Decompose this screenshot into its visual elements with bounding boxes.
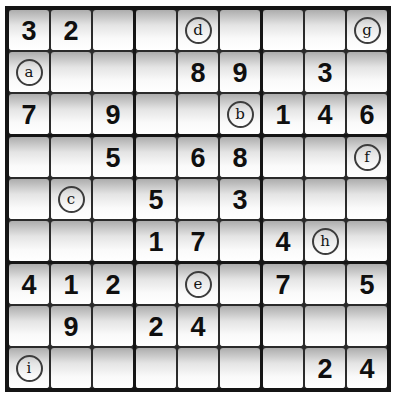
- cell-r9c4[interactable]: [136, 348, 176, 388]
- box-2: d89b: [136, 10, 260, 134]
- cell-r1c4[interactable]: [136, 10, 176, 50]
- cell-r4c7[interactable]: [263, 137, 303, 177]
- cell-r1c7[interactable]: [263, 10, 303, 50]
- cell-r7c9[interactable]: 5: [347, 264, 387, 304]
- cell-r8c6[interactable]: [220, 306, 260, 346]
- given-digit: 7: [21, 102, 36, 129]
- box-3: g3146: [263, 10, 387, 134]
- given-digit: 6: [190, 145, 205, 172]
- given-digit: 5: [359, 272, 374, 299]
- cell-r6c7[interactable]: 4: [263, 221, 303, 261]
- circled-letter-b: b: [227, 101, 254, 128]
- circled-letter-c: c: [58, 186, 85, 213]
- cell-r1c2[interactable]: 2: [51, 10, 91, 50]
- cell-r4c8[interactable]: [305, 137, 345, 177]
- given-digit: 2: [63, 18, 78, 45]
- cell-r3c7[interactable]: 1: [263, 94, 303, 134]
- given-digit: 8: [232, 145, 247, 172]
- circled-letter-h: h: [312, 228, 339, 255]
- cell-r9c6[interactable]: [220, 348, 260, 388]
- cell-r9c5[interactable]: [178, 348, 218, 388]
- cell-r7c1[interactable]: 4: [9, 264, 49, 304]
- cell-r8c3[interactable]: [93, 306, 133, 346]
- cell-r6c8[interactable]: h: [305, 221, 345, 261]
- cell-r4c2[interactable]: [51, 137, 91, 177]
- cell-r2c5[interactable]: 8: [178, 52, 218, 92]
- cell-r3c1[interactable]: 7: [9, 94, 49, 134]
- circled-letter-f: f: [354, 144, 381, 171]
- cell-r2c4[interactable]: [136, 52, 176, 92]
- cell-r5c7[interactable]: [263, 179, 303, 219]
- cell-r9c7[interactable]: [263, 348, 303, 388]
- cell-r8c2[interactable]: 9: [51, 306, 91, 346]
- cell-r7c6[interactable]: [220, 264, 260, 304]
- cell-r2c7[interactable]: [263, 52, 303, 92]
- cell-r3c8[interactable]: 4: [305, 94, 345, 134]
- cell-r5c1[interactable]: [9, 179, 49, 219]
- given-digit: 5: [105, 145, 120, 172]
- cell-r1c8[interactable]: [305, 10, 345, 50]
- cell-r5c2[interactable]: c: [51, 179, 91, 219]
- cell-r7c5[interactable]: e: [178, 264, 218, 304]
- cell-r6c5[interactable]: 7: [178, 221, 218, 261]
- cell-r5c9[interactable]: [347, 179, 387, 219]
- circled-letter-a: a: [16, 59, 43, 86]
- cell-r2c3[interactable]: [93, 52, 133, 92]
- circled-letter-i: i: [16, 355, 43, 382]
- cell-r9c9[interactable]: 4: [347, 348, 387, 388]
- given-digit: 4: [317, 102, 332, 129]
- cell-r7c8[interactable]: [305, 264, 345, 304]
- circled-letter-g: g: [354, 17, 381, 44]
- given-digit: 7: [190, 229, 205, 256]
- given-digit: 2: [148, 314, 163, 341]
- box-7: 4129i: [9, 264, 133, 388]
- cell-r2c1[interactable]: a: [9, 52, 49, 92]
- circled-letter-e: e: [185, 271, 212, 298]
- box-8: e24: [136, 264, 260, 388]
- given-digit: 9: [63, 314, 78, 341]
- cell-r8c5[interactable]: 4: [178, 306, 218, 346]
- cell-r4c3[interactable]: 5: [93, 137, 133, 177]
- cell-r7c4[interactable]: [136, 264, 176, 304]
- given-digit: 1: [148, 229, 163, 256]
- cell-r5c6[interactable]: 3: [220, 179, 260, 219]
- cell-r4c4[interactable]: [136, 137, 176, 177]
- box-6: f4h: [263, 137, 387, 261]
- cell-r2c9[interactable]: [347, 52, 387, 92]
- box-9: 7524: [263, 264, 387, 388]
- given-digit: 5: [148, 187, 163, 214]
- given-digit: 6: [359, 102, 374, 129]
- cell-r3c2[interactable]: [51, 94, 91, 134]
- cell-r6c2[interactable]: [51, 221, 91, 261]
- cell-r6c6[interactable]: [220, 221, 260, 261]
- given-digit: 7: [275, 272, 290, 299]
- cell-r9c2[interactable]: [51, 348, 91, 388]
- given-digit: 3: [232, 187, 247, 214]
- given-digit: 3: [21, 18, 36, 45]
- cell-r7c3[interactable]: 2: [93, 264, 133, 304]
- cell-r8c4[interactable]: 2: [136, 306, 176, 346]
- sudoku-page: 32a79d89bg31465c685317f4h4129ie247524: [0, 0, 400, 402]
- cell-r8c8[interactable]: [305, 306, 345, 346]
- given-digit: 9: [232, 60, 247, 87]
- given-digit: 4: [275, 229, 290, 256]
- cell-r6c4[interactable]: 1: [136, 221, 176, 261]
- given-digit: 8: [190, 60, 205, 87]
- box-4: 5c: [9, 137, 133, 261]
- cell-r2c6[interactable]: 9: [220, 52, 260, 92]
- given-digit: 2: [317, 356, 332, 383]
- circled-letter-d: d: [185, 17, 212, 44]
- cell-r6c9[interactable]: [347, 221, 387, 261]
- cell-r5c4[interactable]: 5: [136, 179, 176, 219]
- cell-r2c2[interactable]: [51, 52, 91, 92]
- cell-r5c5[interactable]: [178, 179, 218, 219]
- cell-r8c1[interactable]: [9, 306, 49, 346]
- cell-r4c5[interactable]: 6: [178, 137, 218, 177]
- cell-r3c5[interactable]: [178, 94, 218, 134]
- cell-r4c9[interactable]: f: [347, 137, 387, 177]
- cell-r4c1[interactable]: [9, 137, 49, 177]
- cell-r6c3[interactable]: [93, 221, 133, 261]
- cell-r9c3[interactable]: [93, 348, 133, 388]
- cell-r7c7[interactable]: 7: [263, 264, 303, 304]
- given-digit: 4: [359, 356, 374, 383]
- given-digit: 1: [63, 272, 78, 299]
- given-digit: 1: [275, 102, 290, 129]
- cell-r8c9[interactable]: [347, 306, 387, 346]
- cell-r8c7[interactable]: [263, 306, 303, 346]
- cell-r1c5[interactable]: d: [178, 10, 218, 50]
- cell-r3c4[interactable]: [136, 94, 176, 134]
- given-digit: 2: [105, 272, 120, 299]
- box-1: 32a79: [9, 10, 133, 134]
- cell-r9c8[interactable]: 2: [305, 348, 345, 388]
- cell-r1c3[interactable]: [93, 10, 133, 50]
- cell-r7c2[interactable]: 1: [51, 264, 91, 304]
- cell-r4c6[interactable]: 8: [220, 137, 260, 177]
- cell-r3c3[interactable]: 9: [93, 94, 133, 134]
- cell-r5c3[interactable]: [93, 179, 133, 219]
- given-digit: 9: [105, 102, 120, 129]
- cell-r9c1[interactable]: i: [9, 348, 49, 388]
- cell-r5c8[interactable]: [305, 179, 345, 219]
- cell-r6c1[interactable]: [9, 221, 49, 261]
- given-digit: 4: [21, 272, 36, 299]
- cell-r3c9[interactable]: 6: [347, 94, 387, 134]
- cell-r1c1[interactable]: 3: [9, 10, 49, 50]
- cell-r1c9[interactable]: g: [347, 10, 387, 50]
- cell-r3c6[interactable]: b: [220, 94, 260, 134]
- given-digit: 3: [317, 60, 332, 87]
- sudoku-board: 32a79d89bg31465c685317f4h4129ie247524: [5, 6, 391, 392]
- given-digit: 4: [190, 314, 205, 341]
- box-5: 685317: [136, 137, 260, 261]
- cell-r2c8[interactable]: 3: [305, 52, 345, 92]
- cell-r1c6[interactable]: [220, 10, 260, 50]
